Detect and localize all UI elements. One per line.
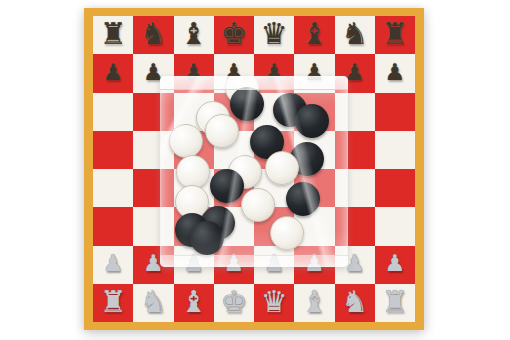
square-a3[interactable] — [93, 207, 133, 245]
square-d8[interactable]: ♚ — [214, 16, 254, 54]
square-a8[interactable]: ♜ — [93, 16, 133, 54]
checker-disc-white[interactable] — [241, 188, 275, 222]
bag-zip-seal — [160, 76, 348, 90]
checker-disc-white[interactable] — [270, 216, 304, 250]
square-g1[interactable]: ♞ — [335, 284, 375, 322]
piece-dark-bishop: ♝ — [301, 19, 328, 49]
square-a7[interactable]: ♟ — [93, 54, 133, 92]
square-h2[interactable]: ♟ — [375, 246, 415, 284]
piece-silver-king: ♚ — [220, 287, 247, 317]
checkers-discs — [160, 76, 348, 267]
square-g8[interactable]: ♞ — [335, 16, 375, 54]
square-h7[interactable]: ♟ — [375, 54, 415, 92]
bag-bottom-fold — [160, 255, 348, 267]
square-f8[interactable]: ♝ — [294, 16, 334, 54]
square-a1[interactable]: ♜ — [93, 284, 133, 322]
square-h6[interactable] — [375, 93, 415, 131]
checker-disc-black[interactable] — [286, 182, 320, 216]
checker-disc-black[interactable] — [190, 221, 224, 255]
piece-silver-bishop: ♝ — [301, 287, 328, 317]
piece-silver-pawn: ♟ — [103, 252, 124, 275]
square-b8[interactable]: ♞ — [133, 16, 173, 54]
plastic-bag-of-checkers[interactable] — [160, 76, 348, 267]
square-h8[interactable]: ♜ — [375, 16, 415, 54]
square-a2[interactable]: ♟ — [93, 246, 133, 284]
piece-dark-rook: ♜ — [381, 19, 408, 49]
square-c8[interactable]: ♝ — [174, 16, 214, 54]
checker-disc-black[interactable] — [230, 87, 264, 121]
piece-silver-rook: ♜ — [381, 287, 408, 317]
checker-disc-black[interactable] — [295, 104, 329, 138]
piece-silver-bishop: ♝ — [180, 287, 207, 317]
checker-disc-white[interactable] — [169, 124, 203, 158]
piece-silver-queen: ♛ — [261, 287, 288, 317]
piece-silver-rook: ♜ — [100, 287, 127, 317]
piece-silver-knight: ♞ — [341, 287, 368, 317]
square-a4[interactable] — [93, 169, 133, 207]
square-e1[interactable]: ♛ — [254, 284, 294, 322]
piece-dark-king: ♚ — [220, 19, 247, 49]
photo-background: ♜♞♝♚♛♝♞♜♟♟♟♟♟♟♟♟♟♟♟♟♟♟♟♟♜♞♝♚♛♝♞♜ — [0, 0, 510, 340]
piece-silver-knight: ♞ — [140, 287, 167, 317]
piece-dark-bishop: ♝ — [180, 19, 207, 49]
square-a5[interactable] — [93, 131, 133, 169]
square-f1[interactable]: ♝ — [294, 284, 334, 322]
piece-dark-pawn: ♟ — [103, 61, 124, 84]
checker-disc-white[interactable] — [265, 151, 299, 185]
square-a6[interactable] — [93, 93, 133, 131]
piece-silver-pawn: ♟ — [385, 252, 406, 275]
square-h1[interactable]: ♜ — [375, 284, 415, 322]
square-d1[interactable]: ♚ — [214, 284, 254, 322]
checker-disc-black[interactable] — [210, 169, 244, 203]
checker-disc-white[interactable] — [205, 114, 239, 148]
square-b1[interactable]: ♞ — [133, 284, 173, 322]
piece-dark-knight: ♞ — [341, 19, 368, 49]
square-h5[interactable] — [375, 131, 415, 169]
square-e8[interactable]: ♛ — [254, 16, 294, 54]
piece-dark-queen: ♛ — [261, 19, 288, 49]
piece-dark-knight: ♞ — [140, 19, 167, 49]
square-h4[interactable] — [375, 169, 415, 207]
piece-dark-pawn: ♟ — [385, 61, 406, 84]
square-c1[interactable]: ♝ — [174, 284, 214, 322]
square-h3[interactable] — [375, 207, 415, 245]
checker-disc-white[interactable] — [176, 155, 210, 189]
piece-dark-rook: ♜ — [100, 19, 127, 49]
